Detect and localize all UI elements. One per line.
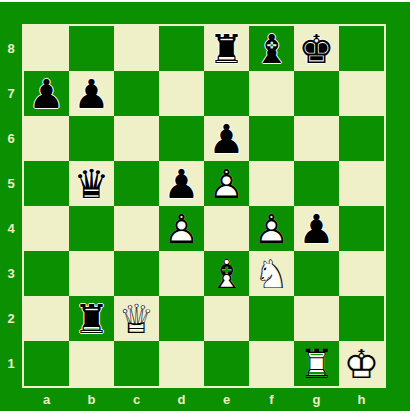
square-h5[interactable] bbox=[339, 161, 384, 206]
square-g2[interactable] bbox=[294, 296, 339, 341]
file-label-d: d bbox=[159, 388, 204, 410]
window-top-strip bbox=[0, 0, 410, 2]
file-label-b: b bbox=[69, 388, 114, 410]
white-pawn-outline: ♙ bbox=[159, 206, 204, 251]
square-c2[interactable]: ♛♕ bbox=[114, 296, 159, 341]
rank-label-6: 6 bbox=[0, 116, 22, 161]
square-f6[interactable] bbox=[249, 116, 294, 161]
square-e6[interactable]: ♟ bbox=[204, 116, 249, 161]
black-pawn: ♟ bbox=[159, 161, 204, 206]
square-d8[interactable] bbox=[159, 26, 204, 71]
square-b2[interactable]: ♜ bbox=[69, 296, 114, 341]
square-h3[interactable] bbox=[339, 251, 384, 296]
rank-label-8: 8 bbox=[0, 26, 22, 71]
rank-label-5: 5 bbox=[0, 161, 22, 206]
square-h6[interactable] bbox=[339, 116, 384, 161]
file-label-a: a bbox=[24, 388, 69, 410]
square-g7[interactable] bbox=[294, 71, 339, 116]
square-d7[interactable] bbox=[159, 71, 204, 116]
rank-label-7: 7 bbox=[0, 71, 22, 116]
square-e2[interactable] bbox=[204, 296, 249, 341]
square-a8[interactable] bbox=[24, 26, 69, 71]
black-king: ♚ bbox=[294, 26, 339, 71]
square-e1[interactable] bbox=[204, 341, 249, 386]
square-d4[interactable]: ♟♙ bbox=[159, 206, 204, 251]
black-rook: ♜ bbox=[69, 296, 114, 341]
white-king-outline: ♔ bbox=[339, 341, 384, 386]
file-label-e: e bbox=[204, 388, 249, 410]
white-pawn-outline: ♙ bbox=[204, 161, 249, 206]
white-knight-outline: ♘ bbox=[249, 251, 294, 296]
square-f1[interactable] bbox=[249, 341, 294, 386]
square-f5[interactable] bbox=[249, 161, 294, 206]
square-g5[interactable] bbox=[294, 161, 339, 206]
board-outline: ♜♝♚♟♟♟♛♟♟♙♟♙♟♙♟♝♗♞♘♜♛♕♜♖♚♔ bbox=[22, 24, 386, 388]
board-frame: ♜♝♚♟♟♟♛♟♟♙♟♙♟♙♟♝♗♞♘♜♛♕♜♖♚♔ bbox=[0, 2, 410, 411]
white-pawn: ♟♙ bbox=[159, 206, 204, 251]
square-c4[interactable] bbox=[114, 206, 159, 251]
square-g3[interactable] bbox=[294, 251, 339, 296]
square-b7[interactable]: ♟ bbox=[69, 71, 114, 116]
white-pawn: ♟♙ bbox=[204, 161, 249, 206]
square-e7[interactable] bbox=[204, 71, 249, 116]
white-bishop-outline: ♗ bbox=[204, 251, 249, 296]
white-rook-outline: ♖ bbox=[294, 341, 339, 386]
rank-label-1: 1 bbox=[0, 341, 22, 386]
square-h4[interactable] bbox=[339, 206, 384, 251]
square-d1[interactable] bbox=[159, 341, 204, 386]
square-c7[interactable] bbox=[114, 71, 159, 116]
rank-label-2: 2 bbox=[0, 296, 22, 341]
square-g1[interactable]: ♜♖ bbox=[294, 341, 339, 386]
black-pawn: ♟ bbox=[69, 71, 114, 116]
rank-label-4: 4 bbox=[0, 206, 22, 251]
square-d5[interactable]: ♟ bbox=[159, 161, 204, 206]
white-king: ♚♔ bbox=[339, 341, 384, 386]
black-bishop: ♝ bbox=[249, 26, 294, 71]
square-a4[interactable] bbox=[24, 206, 69, 251]
square-c8[interactable] bbox=[114, 26, 159, 71]
square-c3[interactable] bbox=[114, 251, 159, 296]
file-label-g: g bbox=[294, 388, 339, 410]
black-pawn: ♟ bbox=[204, 116, 249, 161]
square-g6[interactable] bbox=[294, 116, 339, 161]
square-f3[interactable]: ♞♘ bbox=[249, 251, 294, 296]
square-c5[interactable] bbox=[114, 161, 159, 206]
square-b4[interactable] bbox=[69, 206, 114, 251]
square-b5[interactable]: ♛ bbox=[69, 161, 114, 206]
square-e3[interactable]: ♝♗ bbox=[204, 251, 249, 296]
square-a6[interactable] bbox=[24, 116, 69, 161]
square-h8[interactable] bbox=[339, 26, 384, 71]
chess-app-screen: ♜♝♚♟♟♟♛♟♟♙♟♙♟♙♟♝♗♞♘♜♛♕♜♖♚♔ 87654321 abcd… bbox=[0, 0, 410, 411]
square-f7[interactable] bbox=[249, 71, 294, 116]
black-rook: ♜ bbox=[204, 26, 249, 71]
square-d2[interactable] bbox=[159, 296, 204, 341]
square-a5[interactable] bbox=[24, 161, 69, 206]
file-label-c: c bbox=[114, 388, 159, 410]
square-f8[interactable]: ♝ bbox=[249, 26, 294, 71]
white-bishop: ♝♗ bbox=[204, 251, 249, 296]
black-pawn: ♟ bbox=[294, 206, 339, 251]
white-knight: ♞♘ bbox=[249, 251, 294, 296]
black-pawn: ♟ bbox=[24, 71, 69, 116]
white-queen: ♛♕ bbox=[114, 296, 159, 341]
file-label-f: f bbox=[249, 388, 294, 410]
square-g8[interactable]: ♚ bbox=[294, 26, 339, 71]
square-e8[interactable]: ♜ bbox=[204, 26, 249, 71]
square-h1[interactable]: ♚♔ bbox=[339, 341, 384, 386]
square-a1[interactable] bbox=[24, 341, 69, 386]
square-h7[interactable] bbox=[339, 71, 384, 116]
square-h2[interactable] bbox=[339, 296, 384, 341]
white-queen-outline: ♕ bbox=[114, 296, 159, 341]
white-pawn: ♟♙ bbox=[249, 206, 294, 251]
square-c6[interactable] bbox=[114, 116, 159, 161]
white-pawn-outline: ♙ bbox=[249, 206, 294, 251]
square-a7[interactable]: ♟ bbox=[24, 71, 69, 116]
rank-label-3: 3 bbox=[0, 251, 22, 296]
square-d3[interactable] bbox=[159, 251, 204, 296]
chessboard: ♜♝♚♟♟♟♛♟♟♙♟♙♟♙♟♝♗♞♘♜♛♕♜♖♚♔ bbox=[24, 26, 384, 386]
square-a2[interactable] bbox=[24, 296, 69, 341]
square-c1[interactable] bbox=[114, 341, 159, 386]
square-e4[interactable] bbox=[204, 206, 249, 251]
square-a3[interactable] bbox=[24, 251, 69, 296]
square-d6[interactable] bbox=[159, 116, 204, 161]
square-b3[interactable] bbox=[69, 251, 114, 296]
square-f4[interactable]: ♟♙ bbox=[249, 206, 294, 251]
black-queen: ♛ bbox=[69, 161, 114, 206]
square-b8[interactable] bbox=[69, 26, 114, 71]
square-b1[interactable] bbox=[69, 341, 114, 386]
square-f2[interactable] bbox=[249, 296, 294, 341]
square-e5[interactable]: ♟♙ bbox=[204, 161, 249, 206]
file-label-h: h bbox=[339, 388, 384, 410]
white-rook: ♜♖ bbox=[294, 341, 339, 386]
square-b6[interactable] bbox=[69, 116, 114, 161]
square-g4[interactable]: ♟ bbox=[294, 206, 339, 251]
